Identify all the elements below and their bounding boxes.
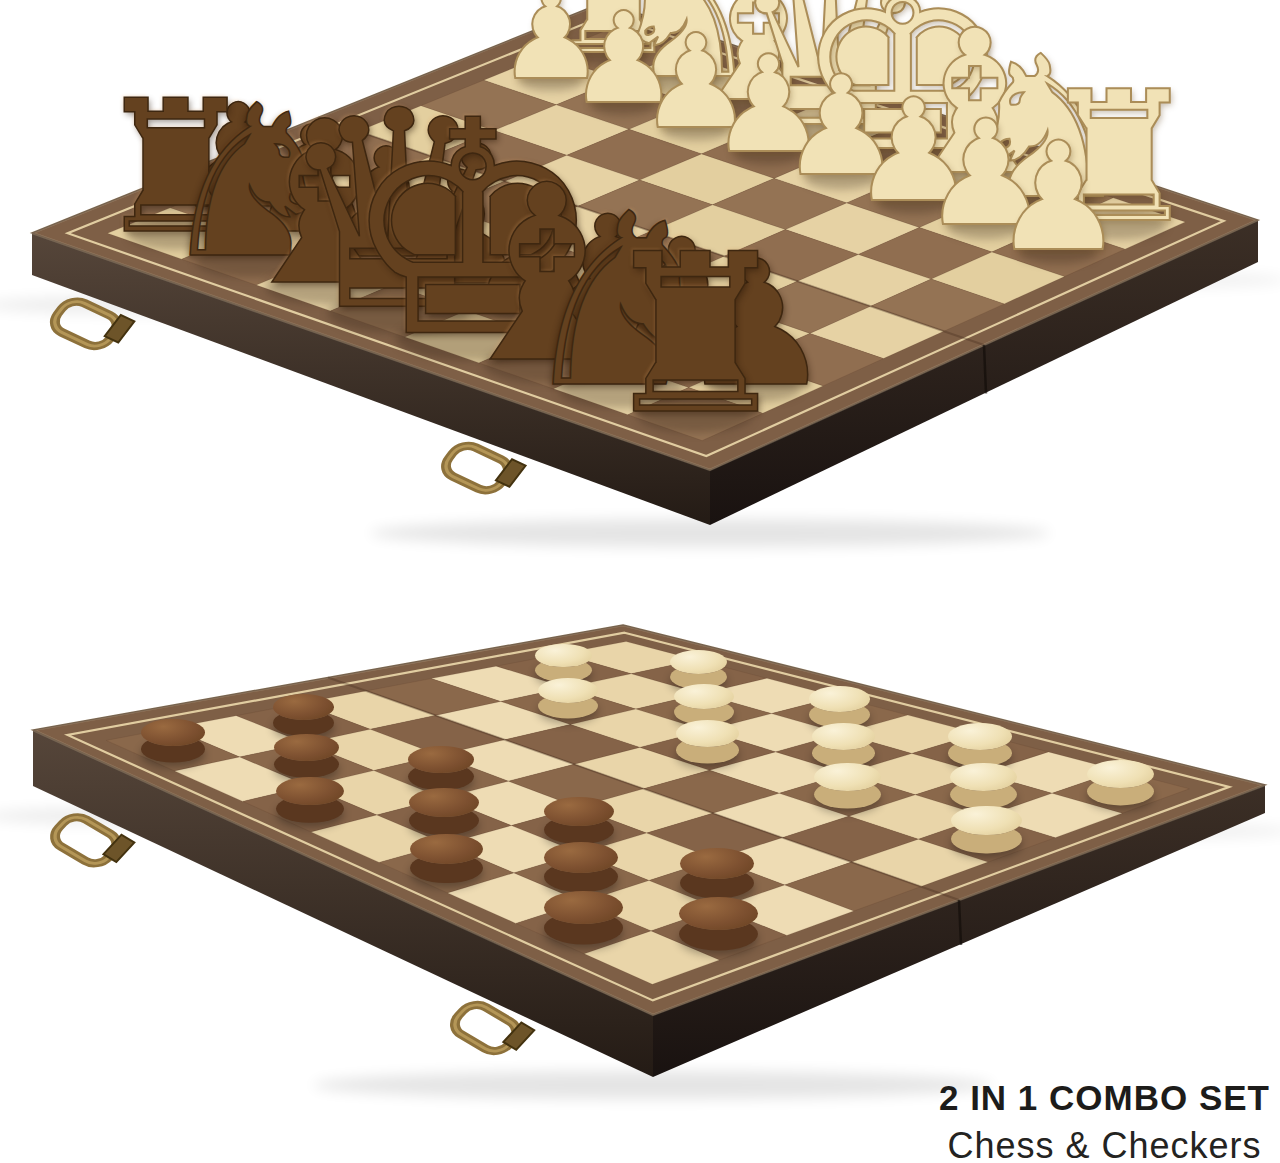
product-photo: ♜♞♝♛♚♝♞♜♟♟♟♟♟♟♟♟♟♟♟♟♟♟♟♟♜♞♝♛♚♝♞♜ 2 IN 1 … [0, 0, 1280, 1163]
caption: 2 IN 1 COMBO SET Chess & Checkers [939, 1078, 1270, 1163]
caption-subtitle: Chess & Checkers [939, 1125, 1270, 1163]
boards-illustration [0, 0, 1280, 1163]
caption-title: 2 IN 1 COMBO SET [939, 1078, 1270, 1118]
